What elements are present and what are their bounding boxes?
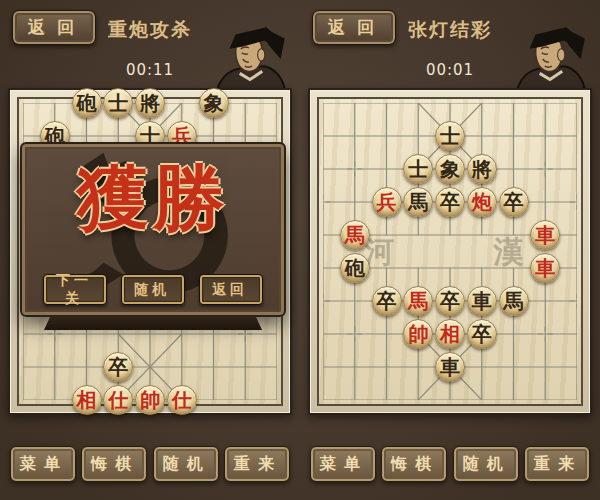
bottom-toolbar: 菜单 悔棋 随机 重来	[0, 428, 300, 500]
random-button[interactable]: 随机	[121, 274, 185, 305]
piece-black-chariot[interactable]: 車	[435, 352, 465, 382]
victory-dialog: 獲勝 下一关 随机 返回	[20, 142, 286, 330]
restart-button[interactable]: 重来	[224, 446, 290, 482]
piece-black-horse[interactable]: 馬	[499, 286, 529, 316]
piece-black-elephant[interactable]: 象	[435, 154, 465, 184]
piece-black-cannon[interactable]: 砲	[340, 253, 370, 283]
piece-red-chariot[interactable]: 車	[530, 220, 560, 250]
menu-button[interactable]: 菜单	[10, 446, 76, 482]
xiangqi-app: 返回 重炮攻杀 00:11 砲士將象砲士兵卒相仕帥仕	[0, 0, 600, 500]
board-grid-area: 河 漢 士士象將兵馬卒炮卒馬車砲車卒馬卒車馬帥相卒車	[323, 103, 577, 400]
game-panel-right: 返回 张灯结彩 00:01 河 漢 士士象將兵馬卒炮卒馬車砲車卒馬卒車馬帥相卒車…	[300, 0, 600, 500]
xiangqi-board[interactable]: 河 漢 士士象將兵馬卒炮卒馬車砲車卒馬卒車馬帥相卒車	[308, 88, 592, 415]
undo-button[interactable]: 悔棋	[381, 446, 447, 482]
game-panel-left: 返回 重炮攻杀 00:11 砲士將象砲士兵卒相仕帥仕	[0, 0, 300, 500]
piece-red-horse[interactable]: 馬	[403, 286, 433, 316]
river-text-right: 漢	[493, 231, 523, 272]
piece-red-cannon[interactable]: 炮	[467, 187, 497, 217]
piece-red-elephant[interactable]: 相	[72, 385, 102, 415]
piece-black-pawn[interactable]: 卒	[467, 319, 497, 349]
random-button[interactable]: 随机	[153, 446, 219, 482]
return-button[interactable]: 返回	[199, 274, 263, 305]
piece-black-chariot[interactable]: 車	[467, 286, 497, 316]
piece-red-chariot[interactable]: 車	[530, 253, 560, 283]
piece-black-pawn[interactable]: 卒	[499, 187, 529, 217]
board-field: 河 漢 士士象將兵馬卒炮卒馬車砲車卒馬卒車馬帥相卒車	[317, 97, 583, 406]
random-button[interactable]: 随机	[453, 446, 519, 482]
piece-black-advisor[interactable]: 士	[103, 88, 133, 118]
back-button[interactable]: 返回	[312, 10, 396, 45]
game-timer: 00:11	[0, 61, 300, 79]
game-timer: 00:01	[300, 61, 600, 79]
bottom-toolbar: 菜单 悔棋 随机 重来	[300, 428, 600, 500]
piece-black-king[interactable]: 將	[467, 154, 497, 184]
piece-red-horse[interactable]: 馬	[340, 220, 370, 250]
dialog-stand	[44, 316, 262, 330]
dialog-buttons: 下一关 随机 返回	[22, 274, 284, 305]
piece-black-pawn[interactable]: 卒	[435, 187, 465, 217]
menu-button[interactable]: 菜单	[310, 446, 376, 482]
piece-red-king[interactable]: 帥	[135, 385, 165, 415]
piece-black-cannon[interactable]: 砲	[72, 88, 102, 118]
piece-red-king[interactable]: 帥	[403, 319, 433, 349]
piece-red-elephant[interactable]: 相	[435, 319, 465, 349]
piece-black-pawn[interactable]: 卒	[103, 352, 133, 382]
piece-black-pawn[interactable]: 卒	[435, 286, 465, 316]
piece-red-pawn[interactable]: 兵	[372, 187, 402, 217]
restart-button[interactable]: 重来	[524, 446, 590, 482]
piece-black-horse[interactable]: 馬	[403, 187, 433, 217]
victory-text: 獲勝	[22, 160, 284, 236]
piece-black-pawn[interactable]: 卒	[372, 286, 402, 316]
back-button[interactable]: 返回	[12, 10, 96, 45]
piece-red-advisor[interactable]: 仕	[103, 385, 133, 415]
next-level-button[interactable]: 下一关	[43, 274, 107, 305]
piece-black-elephant[interactable]: 象	[199, 88, 229, 118]
piece-black-advisor[interactable]: 士	[435, 121, 465, 151]
piece-red-advisor[interactable]: 仕	[167, 385, 197, 415]
piece-black-king[interactable]: 將	[135, 88, 165, 118]
piece-black-advisor[interactable]: 士	[403, 154, 433, 184]
undo-button[interactable]: 悔棋	[81, 446, 147, 482]
victory-plaque: 獲勝 下一关 随机 返回	[20, 142, 286, 317]
